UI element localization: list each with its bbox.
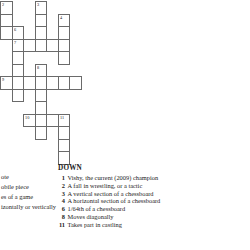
down-clue-text-2: A fall in wrestling, or a tactic xyxy=(68,182,143,190)
cell-number-11: 11 xyxy=(60,115,64,119)
down-clue-3: 3A vertical section of a chessboard xyxy=(57,190,249,198)
crossword-cell-r12c5[interactable] xyxy=(58,151,71,165)
down-clue-text-4: A horizontal section of a chessboard xyxy=(68,197,161,205)
down-clue-11: 11Takes part in castling xyxy=(57,221,249,229)
cell-number-9: 9 xyxy=(2,77,4,81)
crossword-grid: 23467891011 xyxy=(0,0,110,170)
crossword-cell-r2c1[interactable]: 6 xyxy=(12,26,25,40)
crossword-cell-r7c3[interactable] xyxy=(35,89,48,103)
down-clue-text-6: 1/64th of a chessboard xyxy=(68,205,126,213)
crossword-cell-r4c5[interactable] xyxy=(58,51,71,65)
cell-number-2: 2 xyxy=(2,2,4,6)
crossword-cell-r4c1[interactable] xyxy=(12,51,25,65)
down-clue-text-1: Vishy, the current (2009) champion xyxy=(68,174,159,182)
crossword-cell-r9c5[interactable]: 11 xyxy=(58,114,71,128)
crossword-cell-r1c3[interactable] xyxy=(35,14,48,28)
cell-number-7: 7 xyxy=(14,40,16,44)
crossword-cell-r2c3[interactable] xyxy=(35,26,48,40)
down-clue-1: 1Vishy, the current (2009) champion xyxy=(57,174,249,182)
crossword-cell-r1c5[interactable]: 4 xyxy=(58,14,71,28)
crossword-cell-r3c5[interactable] xyxy=(58,39,71,53)
cell-number-8: 8 xyxy=(37,65,39,69)
down-clue-number-6: 6 xyxy=(57,205,65,213)
across-clue-fragment-4: izontally or vertically xyxy=(1,203,56,210)
crossword-cell-r0c0[interactable]: 2 xyxy=(0,1,13,15)
crossword-cell-r1c0[interactable] xyxy=(0,14,13,28)
down-clue-text-11: Takes part in castling xyxy=(68,221,122,229)
cell-number-4: 4 xyxy=(60,15,62,19)
down-clues-title: DOWN xyxy=(58,164,249,172)
cell-number-10: 10 xyxy=(25,115,29,119)
down-clue-4: 4A horizontal section of a chessboard xyxy=(57,197,249,205)
down-clue-8: 8Moves diagonally xyxy=(57,213,249,221)
crossword-cell-r10c5[interactable] xyxy=(58,126,71,140)
crossword-cell-r7c1[interactable] xyxy=(12,89,25,103)
cell-number-6: 6 xyxy=(14,27,16,31)
crossword-cell-r5c1[interactable] xyxy=(12,64,25,78)
down-clue-6: 61/64th of a chessboard xyxy=(57,205,249,213)
down-clue-number-1: 1 xyxy=(57,174,65,182)
crossword-cell-r0c3[interactable]: 3 xyxy=(35,1,48,15)
crossword-cell-r8c3[interactable] xyxy=(35,101,48,115)
down-clue-2: 2A fall in wrestling, or a tactic xyxy=(57,182,249,190)
across-clue-fragment-1: ote xyxy=(1,173,9,180)
across-clue-fragment-2: obile piece xyxy=(1,183,29,190)
cell-number-3: 3 xyxy=(37,2,39,6)
down-clue-text-8: Moves diagonally xyxy=(68,213,114,221)
crossword-cell-r11c5[interactable] xyxy=(58,139,71,153)
down-clues-list: 1Vishy, the current (2009) champion2A fa… xyxy=(57,174,249,228)
crossword-cell-r5c3[interactable]: 8 xyxy=(35,64,48,78)
down-clue-number-2: 2 xyxy=(57,182,65,190)
across-clue-fragment-3: es of a game xyxy=(1,193,33,200)
down-clue-number-11: 11 xyxy=(57,221,65,229)
down-clue-number-8: 8 xyxy=(57,213,65,221)
crossword-cell-r2c5[interactable] xyxy=(58,26,71,40)
crossword-cell-r6c6[interactable] xyxy=(69,76,82,90)
down-clue-text-3: A vertical section of a chessboard xyxy=(68,190,154,198)
down-clues-section: DOWN 1Vishy, the current (2009) champion… xyxy=(57,164,249,228)
crossword-cell-r10c3[interactable] xyxy=(35,126,48,140)
down-clue-number-3: 3 xyxy=(57,190,65,198)
down-clue-number-4: 4 xyxy=(57,197,65,205)
